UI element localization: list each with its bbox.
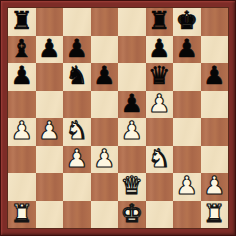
square-d2[interactable]	[91, 173, 119, 201]
square-e1[interactable]: ♚	[118, 201, 146, 229]
square-h6[interactable]: ♟	[201, 63, 229, 91]
black-queen-piece: ♛	[148, 63, 170, 90]
square-a8[interactable]: ♜	[8, 8, 36, 36]
black-knight-piece: ♞	[66, 63, 88, 90]
white-pawn-piece: ♟	[66, 146, 88, 173]
square-d6[interactable]: ♟	[91, 63, 119, 91]
square-e2[interactable]: ♛	[118, 173, 146, 201]
square-f1[interactable]	[146, 201, 174, 229]
square-g1[interactable]	[173, 201, 201, 229]
square-e7[interactable]	[118, 36, 146, 64]
white-pawn-piece: ♟	[11, 118, 33, 145]
square-b4[interactable]: ♟	[36, 118, 64, 146]
square-c6[interactable]: ♞	[63, 63, 91, 91]
square-b7[interactable]: ♟	[36, 36, 64, 64]
black-pawn-piece: ♟	[38, 36, 60, 63]
square-d7[interactable]	[91, 36, 119, 64]
square-g2[interactable]: ♟	[173, 173, 201, 201]
white-queen-piece: ♛	[121, 173, 143, 200]
black-king-piece: ♚	[176, 8, 198, 35]
square-f8[interactable]: ♜	[146, 8, 174, 36]
square-c2[interactable]	[63, 173, 91, 201]
square-g8[interactable]: ♚	[173, 8, 201, 36]
black-pawn-piece: ♟	[121, 91, 143, 118]
square-f5[interactable]: ♟	[146, 91, 174, 119]
chess-diagram-frame: ♜♜♚♝♟♟♟♟♟♞♟♛♟♟♟♟♟♞♟♟♟♞♛♟♟♜♚♜	[0, 0, 236, 236]
square-a3[interactable]	[8, 146, 36, 174]
white-pawn-piece: ♟	[121, 118, 143, 145]
white-pawn-piece: ♟	[38, 118, 60, 145]
black-pawn-piece: ♟	[11, 63, 33, 90]
white-knight-piece: ♞	[66, 118, 88, 145]
square-h3[interactable]	[201, 146, 229, 174]
square-h1[interactable]: ♜	[201, 201, 229, 229]
square-b5[interactable]	[36, 91, 64, 119]
square-h5[interactable]	[201, 91, 229, 119]
black-pawn-piece: ♟	[176, 36, 198, 63]
square-a6[interactable]: ♟	[8, 63, 36, 91]
square-c7[interactable]: ♟	[63, 36, 91, 64]
black-rook-piece: ♜	[148, 8, 170, 35]
square-b8[interactable]	[36, 8, 64, 36]
black-bishop-piece: ♝	[11, 36, 33, 63]
square-h7[interactable]	[201, 36, 229, 64]
square-d8[interactable]	[91, 8, 119, 36]
square-g4[interactable]	[173, 118, 201, 146]
square-f6[interactable]: ♛	[146, 63, 174, 91]
square-g5[interactable]	[173, 91, 201, 119]
square-a5[interactable]	[8, 91, 36, 119]
white-pawn-piece: ♟	[148, 91, 170, 118]
square-d5[interactable]	[91, 91, 119, 119]
square-e8[interactable]	[118, 8, 146, 36]
square-b1[interactable]	[36, 201, 64, 229]
chess-board: ♜♜♚♝♟♟♟♟♟♞♟♛♟♟♟♟♟♞♟♟♟♞♛♟♟♜♚♜	[8, 8, 228, 228]
square-f7[interactable]: ♟	[146, 36, 174, 64]
square-c3[interactable]: ♟	[63, 146, 91, 174]
square-e4[interactable]: ♟	[118, 118, 146, 146]
square-f2[interactable]	[146, 173, 174, 201]
square-f3[interactable]: ♞	[146, 146, 174, 174]
square-c5[interactable]	[63, 91, 91, 119]
square-c1[interactable]	[63, 201, 91, 229]
square-e6[interactable]	[118, 63, 146, 91]
white-pawn-piece: ♟	[176, 173, 198, 200]
white-pawn-piece: ♟	[93, 146, 115, 173]
white-rook-piece: ♜	[11, 201, 33, 228]
square-h4[interactable]	[201, 118, 229, 146]
square-g6[interactable]	[173, 63, 201, 91]
square-a2[interactable]	[8, 173, 36, 201]
square-e5[interactable]: ♟	[118, 91, 146, 119]
black-pawn-piece: ♟	[148, 36, 170, 63]
square-d3[interactable]: ♟	[91, 146, 119, 174]
white-pawn-piece: ♟	[203, 173, 225, 200]
black-pawn-piece: ♟	[66, 36, 88, 63]
white-knight-piece: ♞	[148, 146, 170, 173]
square-d1[interactable]	[91, 201, 119, 229]
square-c4[interactable]: ♞	[63, 118, 91, 146]
square-b3[interactable]	[36, 146, 64, 174]
square-a1[interactable]: ♜	[8, 201, 36, 229]
square-d4[interactable]	[91, 118, 119, 146]
square-b2[interactable]	[36, 173, 64, 201]
white-king-piece: ♚	[121, 201, 143, 228]
black-rook-piece: ♜	[11, 8, 33, 35]
square-g7[interactable]: ♟	[173, 36, 201, 64]
square-c8[interactable]	[63, 8, 91, 36]
square-g3[interactable]	[173, 146, 201, 174]
square-b6[interactable]	[36, 63, 64, 91]
black-pawn-piece: ♟	[203, 63, 225, 90]
square-e3[interactable]	[118, 146, 146, 174]
square-f4[interactable]	[146, 118, 174, 146]
square-a7[interactable]: ♝	[8, 36, 36, 64]
square-h8[interactable]	[201, 8, 229, 36]
black-pawn-piece: ♟	[93, 63, 115, 90]
white-rook-piece: ♜	[203, 201, 225, 228]
square-h2[interactable]: ♟	[201, 173, 229, 201]
square-a4[interactable]: ♟	[8, 118, 36, 146]
